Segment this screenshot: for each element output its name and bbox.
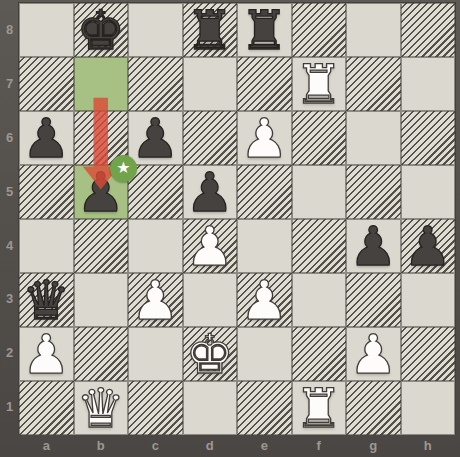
square-a1[interactable] xyxy=(19,381,74,435)
square-g6[interactable] xyxy=(346,111,401,165)
board-frame: ♚♜♜♜♟♟♟♟♟♟♟♟♛♟♟♟♚♟♛♜ ★ 87654321abcdefgh xyxy=(0,0,460,457)
rank-label-1: 1 xyxy=(0,380,19,434)
piece-black-pawn[interactable]: ♟ xyxy=(404,220,452,274)
star-icon: ★ xyxy=(116,160,130,176)
square-f4[interactable] xyxy=(292,219,347,273)
square-a2[interactable]: ♟ xyxy=(19,327,74,381)
square-e7[interactable] xyxy=(237,57,292,111)
square-a5[interactable] xyxy=(19,165,74,219)
square-b8[interactable]: ♚ xyxy=(74,3,129,57)
square-c7[interactable] xyxy=(128,57,183,111)
square-e6[interactable]: ♟ xyxy=(237,111,292,165)
square-g7[interactable] xyxy=(346,57,401,111)
piece-white-queen[interactable]: ♛ xyxy=(77,382,125,436)
square-d3[interactable] xyxy=(183,273,238,327)
square-b7[interactable] xyxy=(74,57,129,111)
square-f7[interactable]: ♜ xyxy=(292,57,347,111)
square-c6[interactable]: ♟ xyxy=(128,111,183,165)
piece-black-pawn[interactable]: ♟ xyxy=(22,112,70,166)
square-h3[interactable] xyxy=(401,273,456,327)
square-d1[interactable] xyxy=(183,381,238,435)
square-c8[interactable] xyxy=(128,3,183,57)
rank-label-5: 5 xyxy=(0,165,19,219)
rank-label-7: 7 xyxy=(0,57,19,111)
square-b4[interactable] xyxy=(74,219,129,273)
square-e1[interactable] xyxy=(237,381,292,435)
rank-label-8: 8 xyxy=(0,3,19,57)
square-h7[interactable] xyxy=(401,57,456,111)
square-b1[interactable]: ♛ xyxy=(74,381,129,435)
square-a8[interactable] xyxy=(19,3,74,57)
square-h5[interactable] xyxy=(401,165,456,219)
square-f6[interactable] xyxy=(292,111,347,165)
square-a7[interactable] xyxy=(19,57,74,111)
square-g1[interactable] xyxy=(346,381,401,435)
square-f1[interactable]: ♜ xyxy=(292,381,347,435)
square-h4[interactable]: ♟ xyxy=(401,219,456,273)
square-g5[interactable] xyxy=(346,165,401,219)
square-b2[interactable] xyxy=(74,327,129,381)
square-a4[interactable] xyxy=(19,219,74,273)
best-move-badge: ★ xyxy=(110,155,137,182)
square-g2[interactable]: ♟ xyxy=(346,327,401,381)
file-label-e: e xyxy=(237,434,292,457)
rank-label-4: 4 xyxy=(0,219,19,273)
piece-black-pawn[interactable]: ♟ xyxy=(131,112,179,166)
square-e3[interactable]: ♟ xyxy=(237,273,292,327)
square-e5[interactable] xyxy=(237,165,292,219)
square-h8[interactable] xyxy=(401,3,456,57)
piece-white-pawn[interactable]: ♟ xyxy=(131,274,179,328)
square-d4[interactable]: ♟ xyxy=(183,219,238,273)
square-e2[interactable] xyxy=(237,327,292,381)
piece-black-queen[interactable]: ♛ xyxy=(22,274,70,328)
square-h6[interactable] xyxy=(401,111,456,165)
file-label-a: a xyxy=(19,434,74,457)
square-d7[interactable] xyxy=(183,57,238,111)
square-a3[interactable]: ♛ xyxy=(19,273,74,327)
square-d5[interactable]: ♟ xyxy=(183,165,238,219)
square-f2[interactable] xyxy=(292,327,347,381)
square-h1[interactable] xyxy=(401,381,456,435)
square-f8[interactable] xyxy=(292,3,347,57)
file-label-g: g xyxy=(346,434,401,457)
piece-black-pawn[interactable]: ♟ xyxy=(186,166,234,220)
file-label-d: d xyxy=(183,434,238,457)
square-g8[interactable] xyxy=(346,3,401,57)
piece-white-king[interactable]: ♚ xyxy=(186,328,234,382)
piece-white-pawn[interactable]: ♟ xyxy=(349,328,397,382)
square-c4[interactable] xyxy=(128,219,183,273)
chess-board: ♚♜♜♜♟♟♟♟♟♟♟♟♛♟♟♟♚♟♛♜ xyxy=(19,3,455,434)
piece-white-pawn[interactable]: ♟ xyxy=(240,112,288,166)
rank-label-3: 3 xyxy=(0,272,19,326)
piece-white-pawn[interactable]: ♟ xyxy=(240,274,288,328)
piece-white-pawn[interactable]: ♟ xyxy=(22,328,70,382)
rank-label-6: 6 xyxy=(0,111,19,165)
piece-white-rook[interactable]: ♜ xyxy=(295,382,343,436)
piece-white-rook[interactable]: ♜ xyxy=(295,58,343,112)
square-g4[interactable]: ♟ xyxy=(346,219,401,273)
rank-label-2: 2 xyxy=(0,326,19,380)
square-f5[interactable] xyxy=(292,165,347,219)
square-d2[interactable]: ♚ xyxy=(183,327,238,381)
square-b3[interactable] xyxy=(74,273,129,327)
square-f3[interactable] xyxy=(292,273,347,327)
piece-black-king[interactable]: ♚ xyxy=(77,4,125,58)
square-d6[interactable] xyxy=(183,111,238,165)
square-h2[interactable] xyxy=(401,327,456,381)
square-d8[interactable]: ♜ xyxy=(183,3,238,57)
square-c1[interactable] xyxy=(128,381,183,435)
square-c2[interactable] xyxy=(128,327,183,381)
square-e8[interactable]: ♜ xyxy=(237,3,292,57)
square-a6[interactable]: ♟ xyxy=(19,111,74,165)
file-label-c: c xyxy=(128,434,183,457)
square-g3[interactable] xyxy=(346,273,401,327)
piece-black-pawn[interactable]: ♟ xyxy=(349,220,397,274)
piece-black-rook[interactable]: ♜ xyxy=(240,4,288,58)
square-e4[interactable] xyxy=(237,219,292,273)
piece-black-rook[interactable]: ♜ xyxy=(186,4,234,58)
file-label-b: b xyxy=(74,434,129,457)
file-label-h: h xyxy=(401,434,456,457)
file-label-f: f xyxy=(292,434,347,457)
square-c3[interactable]: ♟ xyxy=(128,273,183,327)
piece-white-pawn[interactable]: ♟ xyxy=(186,220,234,274)
